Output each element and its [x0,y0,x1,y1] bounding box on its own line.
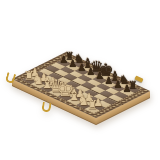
chess-set-photo: ♜♞♝♛♚♝♞♜♟♟♟♟♟♟♟♟♟♟♟♟♟♟♟♟♜♞♝♛♚♝♞♜ [0,0,160,160]
chess-board-3d: ♜♞♝♛♚♝♞♜♟♟♟♟♟♟♟♟♟♟♟♟♟♟♟♟♜♞♝♛♚♝♞♜ [0,0,160,160]
brass-latch-plate [135,75,144,82]
brass-clasp-front [41,101,51,112]
